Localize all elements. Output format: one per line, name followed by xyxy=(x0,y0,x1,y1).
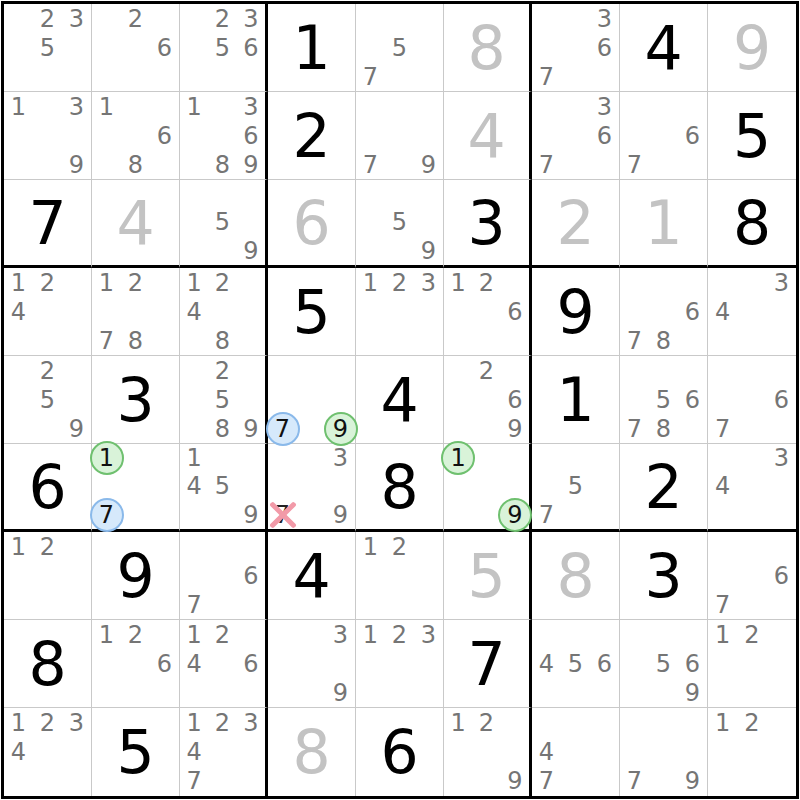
empty-candidate-cell xyxy=(385,561,414,590)
empty-candidate-cell xyxy=(414,297,443,326)
candidate-5[interactable]: 5 xyxy=(656,652,671,676)
candidate-1[interactable]: 1 xyxy=(363,535,378,559)
candidate-cell: 1 xyxy=(92,444,121,472)
candidate-8[interactable]: 8 xyxy=(128,153,143,177)
cell-r8c4[interactable]: 39 xyxy=(268,620,356,708)
candidate-cell: 9 xyxy=(326,501,355,529)
cell-r3c8[interactable]: 1 xyxy=(620,180,708,268)
cell-r2c7[interactable]: 367 xyxy=(532,92,620,180)
cell-r4c3[interactable]: 1248 xyxy=(180,268,268,356)
candidate-3[interactable]: 3 xyxy=(69,7,84,31)
candidate-cell: 3 xyxy=(590,4,619,33)
empty-candidate-cell xyxy=(92,297,121,326)
candidate-3[interactable]: 3 xyxy=(243,7,258,31)
empty-candidate-cell xyxy=(4,4,33,33)
cell-r1c6[interactable]: 8 xyxy=(444,4,532,92)
candidate-3[interactable]: 3 xyxy=(333,623,348,647)
candidate-2[interactable]: 2 xyxy=(215,7,230,31)
candidate-8[interactable]: 8 xyxy=(656,329,671,353)
candidate-1[interactable]: 1 xyxy=(451,271,466,295)
candidate-6[interactable]: 6 xyxy=(685,652,700,676)
candidate-5[interactable]: 5 xyxy=(215,474,230,498)
cell-r9c5[interactable]: 6 xyxy=(356,708,444,796)
empty-candidate-cell xyxy=(237,385,265,414)
cell-r3c7[interactable]: 2 xyxy=(532,180,620,268)
cell-r1c2[interactable]: 26 xyxy=(92,4,180,92)
candidate-3[interactable]: 3 xyxy=(333,446,348,470)
cell-r6c1[interactable]: 6 xyxy=(4,444,92,532)
candidate-2[interactable]: 2 xyxy=(392,271,407,295)
candidate-1[interactable]: 1 xyxy=(715,711,730,735)
cell-r6c5[interactable]: 8 xyxy=(356,444,444,532)
candidate-6[interactable]: 6 xyxy=(597,652,612,676)
candidate-4[interactable]: 4 xyxy=(11,300,26,324)
empty-candidate-cell xyxy=(737,532,766,561)
candidate-1[interactable]: 1 xyxy=(11,271,26,295)
cell-r4c2[interactable]: 1278 xyxy=(92,268,180,356)
candidate-5[interactable]: 5 xyxy=(568,652,583,676)
candidate-6[interactable]: 6 xyxy=(507,300,522,324)
empty-candidate-cell xyxy=(268,649,297,678)
candidate-7[interactable]: 7 xyxy=(627,329,642,353)
cell-r1c5[interactable]: 57 xyxy=(356,4,444,92)
candidate-5[interactable]: 5 xyxy=(392,36,407,60)
candidate-6[interactable]: 6 xyxy=(157,36,172,60)
candidate-6[interactable]: 6 xyxy=(597,124,612,148)
candidate-5[interactable]: 5 xyxy=(392,210,407,234)
cell-r1c7[interactable]: 367 xyxy=(532,4,620,92)
candidate-4[interactable]: 4 xyxy=(187,300,202,324)
candidate-2[interactable]: 2 xyxy=(215,271,230,295)
cell-r3c3[interactable]: 59 xyxy=(180,180,268,268)
candidate-6[interactable]: 6 xyxy=(597,36,612,60)
candidate-5[interactable]: 5 xyxy=(656,388,671,412)
candidate-9[interactable]: 9 xyxy=(507,503,522,527)
candidate-7[interactable]: 7 xyxy=(627,417,642,441)
candidate-2[interactable]: 2 xyxy=(128,271,143,295)
candidate-2[interactable]: 2 xyxy=(128,623,143,647)
cell-r2c4[interactable]: 2 xyxy=(268,92,356,180)
candidate-7[interactable]: 7 xyxy=(363,153,378,177)
candidate-9[interactable]: 9 xyxy=(243,417,258,441)
candidate-8[interactable]: 8 xyxy=(215,417,230,441)
candidate-1[interactable]: 1 xyxy=(99,95,114,119)
candidate-2[interactable]: 2 xyxy=(40,7,55,31)
candidate-3[interactable]: 3 xyxy=(597,7,612,31)
candidate-7[interactable]: 7 xyxy=(715,593,730,617)
candidate-cell: 5 xyxy=(649,649,678,678)
candidate-3[interactable]: 3 xyxy=(421,271,436,295)
candidate-cell: 7 xyxy=(92,326,121,355)
empty-candidate-cell xyxy=(444,356,472,385)
candidate-1[interactable]: 1 xyxy=(187,711,202,735)
empty-candidate-cell xyxy=(649,150,678,179)
candidate-2[interactable]: 2 xyxy=(215,711,230,735)
candidate-6[interactable]: 6 xyxy=(685,124,700,148)
candidate-6[interactable]: 6 xyxy=(243,564,258,588)
candidate-9[interactable]: 9 xyxy=(69,417,84,441)
candidate-7[interactable]: 7 xyxy=(627,769,642,793)
empty-candidate-cell xyxy=(297,472,326,500)
candidate-2[interactable]: 2 xyxy=(479,271,494,295)
cell-r8c9[interactable]: 12 xyxy=(708,620,796,708)
candidate-6[interactable]: 6 xyxy=(157,652,172,676)
candidate-9[interactable]: 9 xyxy=(685,681,700,705)
candidate-9[interactable]: 9 xyxy=(507,417,522,441)
cell-r1c3[interactable]: 2356 xyxy=(180,4,268,92)
empty-candidate-cell xyxy=(62,532,91,561)
cell-r8c2[interactable]: 126 xyxy=(92,620,180,708)
empty-candidate-cell xyxy=(620,92,649,121)
candidate-6[interactable]: 6 xyxy=(243,36,258,60)
cell-r5c4[interactable]: 79 xyxy=(268,356,356,444)
candidate-cell: 5 xyxy=(33,33,62,62)
candidate-9[interactable]: 9 xyxy=(685,769,700,793)
candidates-grid: 379 xyxy=(268,444,355,529)
candidate-1[interactable]: 1 xyxy=(451,446,466,470)
candidate-2[interactable]: 2 xyxy=(479,359,494,383)
empty-candidate-cell xyxy=(590,150,619,179)
candidate-1[interactable]: 1 xyxy=(363,271,378,295)
cell-r6c2[interactable]: 17 xyxy=(92,444,180,532)
cell-r5c8[interactable]: 5678 xyxy=(620,356,708,444)
empty-candidate-cell xyxy=(385,4,414,33)
candidates-grid: 5678 xyxy=(620,356,707,443)
empty-candidate-cell xyxy=(414,92,443,121)
candidate-9[interactable]: 9 xyxy=(507,769,522,793)
candidate-7[interactable]: 7 xyxy=(99,329,114,353)
cell-r4c8[interactable]: 678 xyxy=(620,268,708,356)
candidate-9[interactable]: 9 xyxy=(69,153,84,177)
empty-candidate-cell xyxy=(561,121,590,150)
cell-r4c6[interactable]: 126 xyxy=(444,268,532,356)
candidate-6[interactable]: 6 xyxy=(774,564,789,588)
big-digit-gray: 8 xyxy=(444,4,529,91)
cell-r9c1[interactable]: 1234 xyxy=(4,708,92,796)
empty-candidate-cell xyxy=(356,208,385,236)
candidate-cell: 5 xyxy=(649,385,678,414)
candidate-1[interactable]: 1 xyxy=(99,446,114,470)
candidate-6[interactable]: 6 xyxy=(243,124,258,148)
cell-r8c8[interactable]: 569 xyxy=(620,620,708,708)
cell-r7c7[interactable]: 8 xyxy=(532,532,620,620)
candidate-5[interactable]: 5 xyxy=(40,388,55,412)
empty-candidate-cell xyxy=(737,268,766,297)
candidate-1[interactable]: 1 xyxy=(11,535,26,559)
candidate-9[interactable]: 9 xyxy=(333,681,348,705)
candidate-4[interactable]: 4 xyxy=(187,474,202,498)
empty-candidate-cell xyxy=(678,268,707,297)
cell-r6c7[interactable]: 57 xyxy=(532,444,620,532)
empty-candidate-cell xyxy=(268,678,297,707)
empty-candidate-cell xyxy=(180,150,208,179)
candidate-2[interactable]: 2 xyxy=(128,7,143,31)
empty-candidate-cell xyxy=(237,180,265,208)
cell-r7c3[interactable]: 67 xyxy=(180,532,268,620)
candidate-5[interactable]: 5 xyxy=(215,210,230,234)
cell-r2c2[interactable]: 168 xyxy=(92,92,180,180)
empty-candidate-cell xyxy=(92,33,121,62)
candidates-grid: 1234 xyxy=(4,708,91,796)
candidates-grid: 1459 xyxy=(180,444,265,529)
candidate-6[interactable]: 6 xyxy=(774,388,789,412)
candidate-cell: 1 xyxy=(4,532,33,561)
candidate-7[interactable]: 7 xyxy=(187,593,202,617)
candidate-1[interactable]: 1 xyxy=(715,623,730,647)
cell-r7c9[interactable]: 67 xyxy=(708,532,796,620)
empty-candidate-cell xyxy=(356,237,385,265)
candidate-cell: 1 xyxy=(356,268,385,297)
cell-r8c1[interactable]: 8 xyxy=(4,620,92,708)
candidate-6[interactable]: 6 xyxy=(685,388,700,412)
candidate-cell: 6 xyxy=(150,33,179,62)
empty-candidate-cell xyxy=(561,708,590,737)
empty-candidate-cell xyxy=(385,297,414,326)
candidate-cell: 6 xyxy=(590,33,619,62)
candidate-4[interactable]: 4 xyxy=(187,740,202,764)
candidate-cell: 1 xyxy=(180,708,208,737)
candidate-3[interactable]: 3 xyxy=(774,271,789,295)
cell-r1c4[interactable]: 1 xyxy=(268,4,356,92)
cell-r3c1[interactable]: 7 xyxy=(4,180,92,268)
empty-candidate-cell xyxy=(4,414,33,443)
cell-r2c1[interactable]: 139 xyxy=(4,92,92,180)
candidate-4[interactable]: 4 xyxy=(715,474,730,498)
candidate-2[interactable]: 2 xyxy=(744,711,759,735)
cell-r9c8[interactable]: 79 xyxy=(620,708,708,796)
candidate-8[interactable]: 8 xyxy=(656,417,671,441)
cell-r1c9[interactable]: 9 xyxy=(708,4,796,92)
cell-r6c4[interactable]: 379 xyxy=(268,444,356,532)
candidate-7[interactable]: 7 xyxy=(187,769,202,793)
cell-r3c2[interactable]: 4 xyxy=(92,180,180,268)
candidate-8[interactable]: 8 xyxy=(215,329,230,353)
empty-candidate-cell xyxy=(297,444,326,472)
candidate-3[interactable]: 3 xyxy=(597,95,612,119)
cell-r5c7[interactable]: 1 xyxy=(532,356,620,444)
cell-r3c5[interactable]: 59 xyxy=(356,180,444,268)
candidate-9[interactable]: 9 xyxy=(243,153,258,177)
candidate-2[interactable]: 2 xyxy=(215,359,230,383)
empty-candidate-cell xyxy=(501,472,529,500)
candidate-8[interactable]: 8 xyxy=(128,329,143,353)
cell-r3c6[interactable]: 3 xyxy=(444,180,532,268)
candidate-9[interactable]: 9 xyxy=(421,239,436,263)
cell-r6c3[interactable]: 1459 xyxy=(180,444,268,532)
empty-candidate-cell xyxy=(62,121,91,150)
empty-candidate-cell xyxy=(767,472,796,500)
candidate-8[interactable]: 8 xyxy=(215,153,230,177)
cell-r2c8[interactable]: 67 xyxy=(620,92,708,180)
candidate-6[interactable]: 6 xyxy=(157,124,172,148)
cell-r9c7[interactable]: 47 xyxy=(532,708,620,796)
candidate-3[interactable]: 3 xyxy=(69,95,84,119)
empty-candidate-cell xyxy=(62,326,91,355)
candidate-cell: 9 xyxy=(501,767,529,796)
cell-r1c8[interactable]: 4 xyxy=(620,4,708,92)
empty-candidate-cell xyxy=(444,385,472,414)
cell-r9c9[interactable]: 12 xyxy=(708,708,796,796)
empty-candidate-cell xyxy=(649,767,678,796)
candidates-grid: 67 xyxy=(620,92,707,179)
candidate-2[interactable]: 2 xyxy=(40,535,55,559)
candidate-3[interactable]: 3 xyxy=(421,623,436,647)
candidate-cell: 7 xyxy=(532,501,561,529)
candidate-1[interactable]: 1 xyxy=(187,271,202,295)
candidate-7[interactable]: 7 xyxy=(539,769,554,793)
empty-candidate-cell xyxy=(678,708,707,737)
candidate-7[interactable]: 7 xyxy=(99,503,114,527)
candidate-1[interactable]: 1 xyxy=(187,623,202,647)
cell-r8c6[interactable]: 7 xyxy=(444,620,532,708)
empty-candidate-cell xyxy=(62,268,91,297)
candidate-5[interactable]: 5 xyxy=(215,388,230,412)
cell-r3c9[interactable]: 8 xyxy=(708,180,796,268)
candidate-4[interactable]: 4 xyxy=(539,740,554,764)
empty-candidate-cell xyxy=(767,590,796,619)
big-digit-black: 4 xyxy=(268,532,355,619)
cell-r4c7[interactable]: 9 xyxy=(532,268,620,356)
candidate-9[interactable]: 9 xyxy=(243,239,258,263)
candidate-2[interactable]: 2 xyxy=(479,711,494,735)
cell-r6c8[interactable]: 2 xyxy=(620,444,708,532)
candidate-cell: 8 xyxy=(208,326,236,355)
cell-r5c2[interactable]: 3 xyxy=(92,356,180,444)
cell-r5c1[interactable]: 259 xyxy=(4,356,92,444)
candidate-1[interactable]: 1 xyxy=(11,711,26,735)
empty-candidate-cell xyxy=(501,356,529,385)
candidate-1[interactable]: 1 xyxy=(11,95,26,119)
empty-candidate-cell xyxy=(532,708,561,737)
cell-r7c2[interactable]: 9 xyxy=(92,532,180,620)
candidate-cell: 5 xyxy=(208,472,236,500)
cell-r8c7[interactable]: 456 xyxy=(532,620,620,708)
cell-r4c1[interactable]: 124 xyxy=(4,268,92,356)
cell-r5c5[interactable]: 4 xyxy=(356,356,444,444)
candidate-2[interactable]: 2 xyxy=(744,623,759,647)
candidate-7[interactable]: 7 xyxy=(539,65,554,89)
candidate-2[interactable]: 2 xyxy=(215,623,230,647)
candidate-cell: 7 xyxy=(532,62,561,91)
candidate-9[interactable]: 9 xyxy=(243,503,258,527)
candidate-2[interactable]: 2 xyxy=(392,535,407,559)
candidate-cell: 4 xyxy=(180,649,208,678)
candidate-4[interactable]: 4 xyxy=(187,652,202,676)
candidate-2[interactable]: 2 xyxy=(392,623,407,647)
cell-r6c9[interactable]: 34 xyxy=(708,444,796,532)
cell-r4c5[interactable]: 123 xyxy=(356,268,444,356)
candidate-6[interactable]: 6 xyxy=(685,300,700,324)
cell-r7c5[interactable]: 12 xyxy=(356,532,444,620)
cell-r5c6[interactable]: 269 xyxy=(444,356,532,444)
candidate-5[interactable]: 5 xyxy=(40,36,55,60)
cell-r7c6[interactable]: 5 xyxy=(444,532,532,620)
candidate-7[interactable]: 7 xyxy=(715,417,730,441)
candidate-1[interactable]: 1 xyxy=(99,623,114,647)
big-digit-black: 3 xyxy=(620,532,707,619)
cell-r9c4[interactable]: 8 xyxy=(268,708,356,796)
cell-r2c6[interactable]: 4 xyxy=(444,92,532,180)
empty-candidate-cell xyxy=(237,356,265,385)
cell-r9c3[interactable]: 12347 xyxy=(180,708,268,796)
cell-r3c4[interactable]: 6 xyxy=(268,180,356,268)
candidate-2[interactable]: 2 xyxy=(40,359,55,383)
candidate-7[interactable]: 7 xyxy=(275,503,290,527)
candidate-9[interactable]: 9 xyxy=(333,417,348,441)
candidate-7[interactable]: 7 xyxy=(363,65,378,89)
candidate-6[interactable]: 6 xyxy=(507,388,522,412)
candidate-1[interactable]: 1 xyxy=(187,446,202,470)
cell-r7c8[interactable]: 3 xyxy=(620,532,708,620)
candidate-6[interactable]: 6 xyxy=(243,652,258,676)
candidate-cell: 9 xyxy=(678,678,707,707)
candidate-3[interactable]: 3 xyxy=(69,711,84,735)
candidate-7[interactable]: 7 xyxy=(539,153,554,177)
cell-r5c3[interactable]: 2589 xyxy=(180,356,268,444)
empty-candidate-cell xyxy=(121,297,150,326)
empty-candidate-cell xyxy=(208,444,236,472)
candidate-2[interactable]: 2 xyxy=(40,711,55,735)
cell-r2c5[interactable]: 79 xyxy=(356,92,444,180)
cell-r5c9[interactable]: 67 xyxy=(708,356,796,444)
cell-r4c9[interactable]: 34 xyxy=(708,268,796,356)
candidate-3[interactable]: 3 xyxy=(243,711,258,735)
candidate-5[interactable]: 5 xyxy=(215,36,230,60)
candidates-grid: 19 xyxy=(444,444,529,529)
candidate-cell: 2 xyxy=(472,708,500,737)
candidate-1[interactable]: 1 xyxy=(187,95,202,119)
candidate-1[interactable]: 1 xyxy=(363,623,378,647)
empty-candidate-cell xyxy=(620,297,649,326)
cell-r2c3[interactable]: 13689 xyxy=(180,92,268,180)
candidate-3[interactable]: 3 xyxy=(774,446,789,470)
candidate-4[interactable]: 4 xyxy=(715,300,730,324)
empty-candidate-cell xyxy=(356,180,385,208)
cell-r9c2[interactable]: 5 xyxy=(92,708,180,796)
empty-candidate-cell xyxy=(326,356,355,385)
cell-r8c3[interactable]: 1246 xyxy=(180,620,268,708)
candidate-cell: 7 xyxy=(180,767,208,796)
candidate-7[interactable]: 7 xyxy=(627,153,642,177)
cell-r9c6[interactable]: 129 xyxy=(444,708,532,796)
candidate-7[interactable]: 7 xyxy=(275,417,290,441)
empty-candidate-cell xyxy=(268,385,297,414)
candidate-5[interactable]: 5 xyxy=(568,474,583,498)
candidate-1[interactable]: 1 xyxy=(99,271,114,295)
candidate-4[interactable]: 4 xyxy=(11,740,26,764)
cell-r7c4[interactable]: 4 xyxy=(268,532,356,620)
big-digit-black: 3 xyxy=(92,356,179,443)
candidates-grid: 79 xyxy=(268,356,355,443)
candidate-2[interactable]: 2 xyxy=(40,271,55,295)
cell-r2c9[interactable]: 5 xyxy=(708,92,796,180)
cell-r7c1[interactable]: 12 xyxy=(4,532,92,620)
candidate-1[interactable]: 1 xyxy=(451,711,466,735)
candidate-4[interactable]: 4 xyxy=(539,652,554,676)
candidate-3[interactable]: 3 xyxy=(243,95,258,119)
cell-r6c6[interactable]: 19 xyxy=(444,444,532,532)
cell-r1c1[interactable]: 235 xyxy=(4,4,92,92)
candidate-cell: 4 xyxy=(708,297,737,326)
candidate-9[interactable]: 9 xyxy=(333,503,348,527)
candidate-cell: 2 xyxy=(208,620,236,649)
candidate-9[interactable]: 9 xyxy=(421,153,436,177)
empty-candidate-cell xyxy=(385,121,414,150)
cell-r8c5[interactable]: 123 xyxy=(356,620,444,708)
cell-r4c4[interactable]: 5 xyxy=(268,268,356,356)
candidate-7[interactable]: 7 xyxy=(539,503,554,527)
empty-candidate-cell xyxy=(385,180,414,208)
